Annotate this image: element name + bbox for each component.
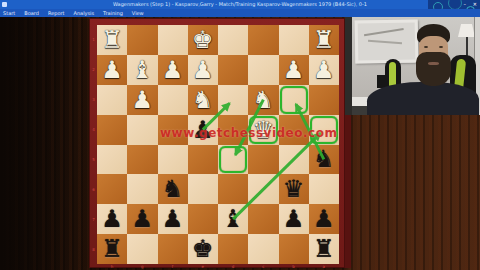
menu-item-training[interactable]: Training [103,10,123,16]
app-icon [2,2,7,7]
square-b6[interactable]: ♛ [279,174,309,204]
square-c8[interactable] [248,234,278,264]
file-label-a: a [309,264,339,269]
file-label-h: h [97,264,127,269]
menu-item-report[interactable]: Report [48,10,65,16]
square-a5[interactable]: ♞ [309,145,339,175]
square-d7[interactable]: ♝ [218,204,248,234]
square-c5[interactable] [248,145,278,175]
file-label-b: b [279,264,309,269]
square-e5[interactable] [188,145,218,175]
square-e1[interactable]: ♚ [188,25,218,55]
webcam-dark-edge [345,15,352,115]
square-f5[interactable] [158,145,188,175]
square-g5[interactable] [127,145,157,175]
board-frame: ♜♚♜♟♝♟♟♟♟♟♞♞♟♛♞♞♛♟♟♟♝♟♟♜♚♜ 12345678hgfed… [89,18,345,268]
black-knight[interactable]: ♞ [313,147,335,171]
webcam-feed [345,15,480,115]
black-king[interactable]: ♚ [192,237,214,261]
menu-bar: Start Board Report Analysis Training Vie… [0,9,480,17]
square-b8[interactable] [279,234,309,264]
menu-item-view[interactable]: View [132,10,144,16]
wall-picture [355,19,419,63]
square-h2[interactable]: ♟ [97,55,127,85]
file-label-e: e [188,264,218,269]
square-d2[interactable] [218,55,248,85]
rank-label-6: 6 [90,187,97,192]
rank-label-3: 3 [90,97,97,102]
square-e8[interactable]: ♚ [188,234,218,264]
presenter-eyes [424,46,443,48]
chess-board[interactable]: ♜♚♜♟♝♟♟♟♟♟♞♞♟♛♞♞♛♟♟♟♝♟♟♜♚♜ [97,25,339,264]
square-h1[interactable]: ♜ [97,25,127,55]
watermark-text: www.getchessvideo.com [160,126,337,140]
file-label-g: g [127,264,157,269]
white-knight[interactable]: ♞ [253,88,275,112]
square-e3[interactable]: ♞ [188,85,218,115]
black-rook[interactable]: ♜ [101,237,123,261]
file-label-d: d [218,264,248,269]
square-f3[interactable] [158,85,188,115]
white-rook[interactable]: ♜ [101,28,123,52]
white-pawn[interactable]: ♟ [313,58,335,82]
square-d8[interactable] [218,234,248,264]
square-c2[interactable] [248,55,278,85]
title-bar: Wagenmakers (Step 1) - Kasparov,Garry - … [0,0,480,9]
white-pawn[interactable]: ♟ [132,88,154,112]
white-pawn[interactable]: ♟ [101,58,123,82]
square-b7[interactable]: ♟ [279,204,309,234]
square-h8[interactable]: ♜ [97,234,127,264]
square-f8[interactable] [158,234,188,264]
square-h6[interactable] [97,174,127,204]
square-b3[interactable] [279,85,309,115]
menu-item-analysis[interactable]: Analysis [74,10,95,16]
square-f6[interactable]: ♞ [158,174,188,204]
square-e2[interactable]: ♟ [188,55,218,85]
presenter-head [415,24,452,86]
square-g7[interactable]: ♟ [127,204,157,234]
rank-label-2: 2 [90,67,97,72]
square-a1[interactable]: ♜ [309,25,339,55]
square-d6[interactable] [218,174,248,204]
black-queen[interactable]: ♛ [283,177,305,201]
frame-edge-strip [345,115,351,268]
square-a3[interactable] [309,85,339,115]
minimize-button[interactable]: – [464,0,467,9]
square-b2[interactable]: ♟ [279,55,309,85]
white-knight[interactable]: ♞ [192,88,214,112]
square-a8[interactable]: ♜ [309,234,339,264]
white-bishop[interactable]: ♝ [132,58,154,82]
white-pawn[interactable]: ♟ [192,58,214,82]
square-h7[interactable]: ♟ [97,204,127,234]
black-pawn[interactable]: ♟ [101,207,123,231]
square-a2[interactable]: ♟ [309,55,339,85]
file-label-f: f [158,264,188,269]
rank-label-4: 4 [90,127,97,132]
white-pawn[interactable]: ♟ [162,58,184,82]
black-pawn[interactable]: ♟ [132,207,154,231]
square-f1[interactable] [158,25,188,55]
highlight-d5 [219,146,247,174]
close-button[interactable]: ✕ [473,0,477,9]
square-g8[interactable] [127,234,157,264]
white-rook[interactable]: ♜ [313,28,335,52]
rank-label-7: 7 [90,217,97,222]
square-c7[interactable] [248,204,278,234]
square-c3[interactable]: ♞ [248,85,278,115]
file-label-c: c [248,264,278,269]
square-f2[interactable]: ♟ [158,55,188,85]
square-b1[interactable] [279,25,309,55]
white-king[interactable]: ♚ [192,28,214,52]
black-bishop[interactable]: ♝ [222,207,244,231]
square-h4[interactable] [97,115,127,145]
square-h5[interactable] [97,145,127,175]
square-b5[interactable] [279,145,309,175]
black-knight[interactable]: ♞ [162,177,184,201]
square-g4[interactable] [127,115,157,145]
black-pawn[interactable]: ♟ [162,207,184,231]
square-g2[interactable]: ♝ [127,55,157,85]
rank-label-5: 5 [90,157,97,162]
square-h3[interactable] [97,85,127,115]
rank-label-1: 1 [90,37,97,42]
presenter-torso [367,82,479,115]
black-rook[interactable]: ♜ [313,237,335,261]
square-d1[interactable] [218,25,248,55]
video-frame: Wagenmakers (Step 1) - Kasparov,Garry - … [0,0,480,270]
menu-item-start[interactable]: Start [3,10,15,16]
floor-lamp-shade [458,24,475,37]
presenter-beard [416,52,451,86]
window-title: Wagenmakers (Step 1) - Kasparov,Garry - … [0,0,480,9]
menu-item-board[interactable]: Board [24,10,39,16]
highlight-b3 [280,86,308,114]
square-g6[interactable] [127,174,157,204]
square-d5[interactable] [218,145,248,175]
square-d3[interactable] [218,85,248,115]
square-g1[interactable] [127,25,157,55]
square-a7[interactable]: ♟ [309,204,339,234]
presenter-mouth [428,62,439,65]
square-e6[interactable] [188,174,218,204]
square-c6[interactable] [248,174,278,204]
square-c1[interactable] [248,25,278,55]
black-pawn[interactable]: ♟ [283,207,305,231]
square-e7[interactable] [188,204,218,234]
rank-label-8: 8 [90,247,97,252]
black-pawn[interactable]: ♟ [313,207,335,231]
square-f7[interactable]: ♟ [158,204,188,234]
square-g3[interactable]: ♟ [127,85,157,115]
white-pawn[interactable]: ♟ [283,58,305,82]
square-a6[interactable] [309,174,339,204]
